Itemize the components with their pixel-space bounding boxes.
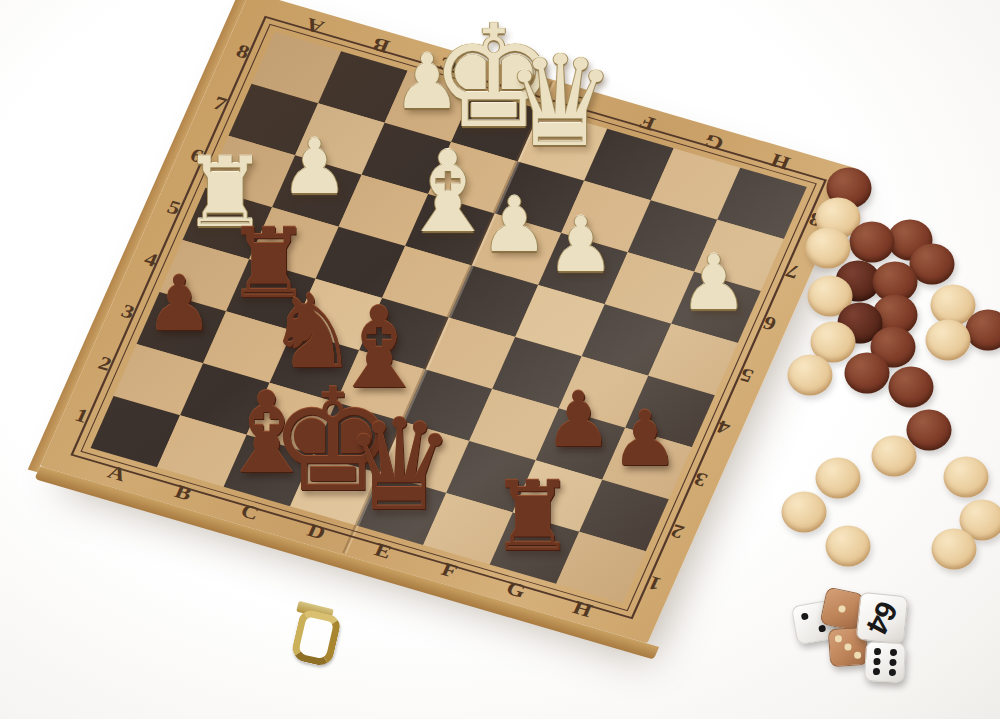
file-label-bottom-e: E [371,539,395,564]
checker-cream[interactable] [826,526,871,567]
rank-label-left-8: 8 [232,40,253,64]
file-label-top-a: A [302,13,328,39]
white-queen-e8[interactable]: ♛ [504,39,617,165]
checker-cream[interactable] [788,355,833,396]
file-label-top-h: H [767,148,794,174]
product-photo: AABBCCDDEEFFGGHH8877665544332211 ♟♚♛♟♝♟♟… [0,0,1000,719]
file-label-top-b: B [369,32,393,57]
dark-rook-g1[interactable]: ♜ [489,469,575,565]
file-label-bottom-g: G [503,577,530,603]
checker-cream[interactable] [872,436,917,477]
file-label-bottom-c: C [237,500,263,526]
rank-label-right-4: 4 [713,415,734,439]
brass-clasp[interactable] [295,612,337,664]
die-pip [818,624,826,632]
rank-label-right-5: 5 [736,363,757,387]
die-pip [888,669,895,676]
checker-cream[interactable] [944,457,989,498]
rank-label-right-6: 6 [759,311,780,335]
die-pip [844,643,851,650]
checker-cream[interactable] [926,320,971,361]
clasp-ring [290,608,343,668]
checker-brown[interactable] [907,410,952,451]
checker-cream[interactable] [806,228,851,269]
checker-brown[interactable] [850,222,895,263]
dark-pawn-g3[interactable]: ♟ [544,382,612,458]
die-pip [853,651,860,658]
white-pawn-f6[interactable]: ♟ [547,207,615,283]
file-label-bottom-f: F [438,558,461,583]
dark-pawn-h3[interactable]: ♟ [611,402,679,478]
file-label-bottom-b: B [171,480,195,505]
white-pawn-e6[interactable]: ♟ [480,187,548,263]
rank-label-right-1: 1 [644,571,665,595]
doubling-cube-label: 64 [860,595,905,639]
rank-label-right-3: 3 [690,467,711,491]
die-pip [873,668,880,675]
rank-label-left-3: 3 [117,300,138,324]
rank-label-left-1: 1 [71,404,92,428]
white-die-6[interactable] [864,641,906,683]
checker-cream[interactable] [782,492,827,533]
checker-brown[interactable] [845,353,890,394]
checker-cream[interactable] [816,458,861,499]
die-pip [889,659,896,666]
dark-pawn-a3[interactable]: ♟ [145,266,213,342]
rank-label-right-7: 7 [782,259,803,283]
file-label-top-f: F [636,110,659,135]
rank-label-right-2: 2 [667,519,688,543]
checker-cream[interactable] [932,529,977,570]
die-pip [874,648,881,655]
die-pip [874,658,881,665]
die-pip [838,605,846,613]
white-pawn-b6[interactable]: ♟ [281,129,349,205]
file-label-bottom-a: A [104,461,130,487]
file-label-bottom-h: H [569,596,596,622]
die-pip [800,612,808,620]
checker-brown[interactable] [889,367,934,408]
rank-label-left-7: 7 [209,92,230,116]
dark-queen-e1[interactable]: ♛ [343,403,456,529]
die-pip [835,635,842,642]
white-pawn-h6[interactable]: ♟ [680,246,748,322]
rank-label-left-2: 2 [94,352,115,376]
checker-brown[interactable] [966,310,1000,351]
doubling-cube[interactable]: 64 [856,592,909,645]
die-pip [889,649,896,656]
rank-label-left-5: 5 [163,196,184,220]
file-label-top-g: G [701,129,728,155]
